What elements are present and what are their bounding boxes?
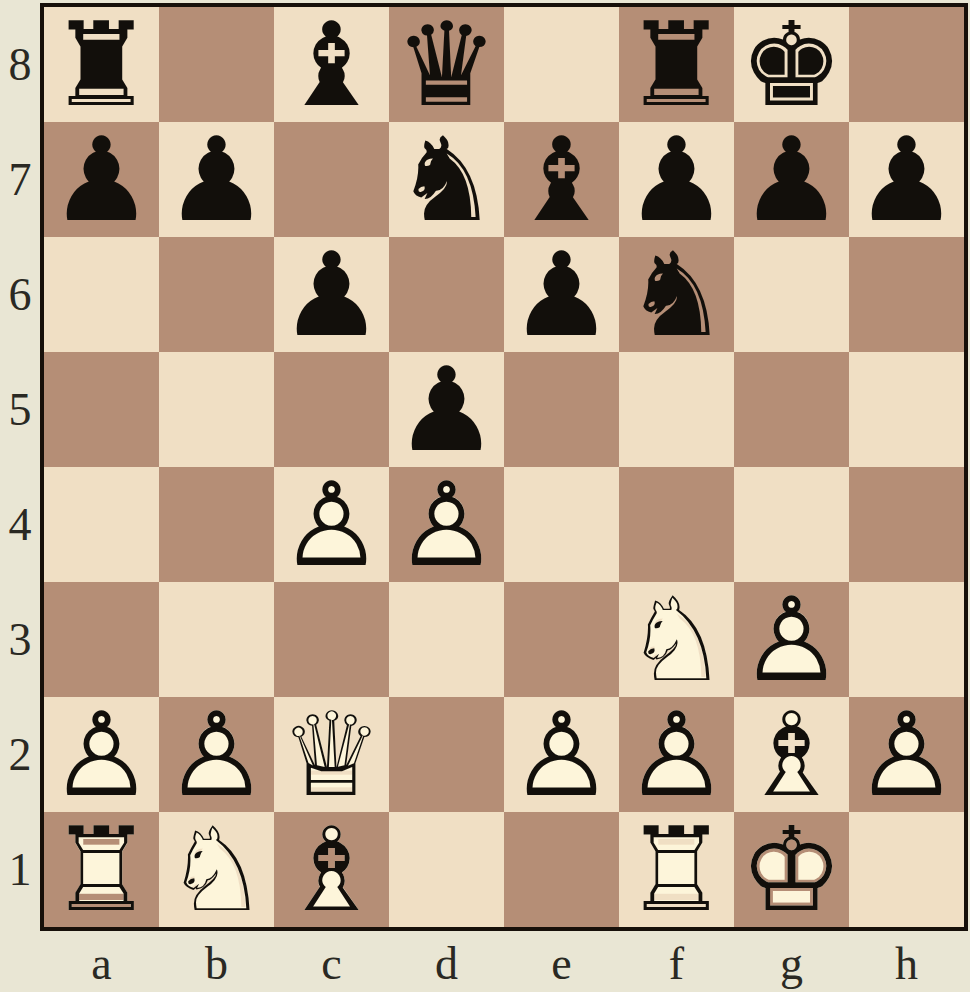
square-h1[interactable]	[849, 812, 964, 927]
square-a6[interactable]	[44, 237, 159, 352]
square-h6[interactable]	[849, 237, 964, 352]
white-pawn-piece[interactable]: ♟♙	[619, 697, 734, 812]
white-piece-outline: ♖	[44, 812, 159, 927]
square-h4[interactable]	[849, 467, 964, 582]
white-piece-outline: ♙	[849, 697, 964, 812]
white-piece-outline: ♖	[619, 812, 734, 927]
white-bishop-piece[interactable]: ♝♗	[274, 812, 389, 927]
black-bishop-piece[interactable]: ♝	[274, 7, 389, 122]
chess-diagram: 87654321 ♜♝♛♜♚♟♟♞♝♟♟♟♟♟♞♟♟♙♟♙♞♘♟♙♟♙♟♙♛♕♟…	[0, 0, 968, 992]
white-knight-piece[interactable]: ♞♘	[159, 812, 274, 927]
black-queen-piece[interactable]: ♛	[389, 7, 504, 122]
white-pawn-piece[interactable]: ♟♙	[159, 697, 274, 812]
square-d8[interactable]: ♛	[389, 7, 504, 122]
white-piece-outline: ♔	[734, 812, 849, 927]
square-h8[interactable]	[849, 7, 964, 122]
black-rook-piece[interactable]: ♜	[619, 7, 734, 122]
square-g7[interactable]: ♟	[734, 122, 849, 237]
white-piece-outline: ♗	[274, 812, 389, 927]
square-e6[interactable]: ♟	[504, 237, 619, 352]
white-rook-piece[interactable]: ♜♖	[619, 812, 734, 927]
square-f3[interactable]: ♞♘	[619, 582, 734, 697]
square-f5[interactable]	[619, 352, 734, 467]
white-knight-piece[interactable]: ♞♘	[619, 582, 734, 697]
square-d7[interactable]: ♞	[389, 122, 504, 237]
white-pawn-piece[interactable]: ♟♙	[849, 697, 964, 812]
square-c5[interactable]	[274, 352, 389, 467]
square-b1[interactable]: ♞♘	[159, 812, 274, 927]
square-b4[interactable]	[159, 467, 274, 582]
board-border: ♜♝♛♜♚♟♟♞♝♟♟♟♟♟♞♟♟♙♟♙♞♘♟♙♟♙♟♙♛♕♟♙♟♙♝♗♟♙♜♖…	[40, 3, 968, 931]
file-labels: abcdefgh	[40, 931, 968, 992]
square-c8[interactable]: ♝	[274, 7, 389, 122]
black-knight-piece[interactable]: ♞	[389, 122, 504, 237]
square-d3[interactable]	[389, 582, 504, 697]
rank-labels: 87654321	[0, 3, 40, 931]
white-piece-outline: ♙	[159, 697, 274, 812]
square-h5[interactable]	[849, 352, 964, 467]
square-g1[interactable]: ♚♔	[734, 812, 849, 927]
square-e5[interactable]	[504, 352, 619, 467]
square-c1[interactable]: ♝♗	[274, 812, 389, 927]
black-pawn-piece[interactable]: ♟	[619, 122, 734, 237]
white-piece-outline: ♙	[504, 697, 619, 812]
black-knight-piece[interactable]: ♞	[619, 237, 734, 352]
square-a8[interactable]: ♜	[44, 7, 159, 122]
square-a7[interactable]: ♟	[44, 122, 159, 237]
square-c3[interactable]	[274, 582, 389, 697]
black-pawn-piece[interactable]: ♟	[44, 122, 159, 237]
white-bishop-piece[interactable]: ♝♗	[734, 697, 849, 812]
white-pawn-piece[interactable]: ♟♙	[734, 582, 849, 697]
file-label-e: e	[504, 931, 619, 992]
file-label-a: a	[44, 931, 159, 992]
white-piece-outline: ♙	[734, 582, 849, 697]
square-d1[interactable]	[389, 812, 504, 927]
square-d4[interactable]: ♟♙	[389, 467, 504, 582]
square-b8[interactable]	[159, 7, 274, 122]
square-g3[interactable]: ♟♙	[734, 582, 849, 697]
square-e1[interactable]	[504, 812, 619, 927]
square-h3[interactable]	[849, 582, 964, 697]
black-king-piece[interactable]: ♚	[734, 7, 849, 122]
black-bishop-piece[interactable]: ♝	[504, 122, 619, 237]
white-piece-outline: ♙	[44, 697, 159, 812]
white-rook-piece[interactable]: ♜♖	[44, 812, 159, 927]
file-label-d: d	[389, 931, 504, 992]
rank-label-5: 5	[0, 352, 40, 467]
square-a3[interactable]	[44, 582, 159, 697]
square-c4[interactable]: ♟♙	[274, 467, 389, 582]
rank-label-2: 2	[0, 697, 40, 812]
black-pawn-piece[interactable]: ♟	[389, 352, 504, 467]
square-e4[interactable]	[504, 467, 619, 582]
square-e7[interactable]: ♝	[504, 122, 619, 237]
rank-label-1: 1	[0, 812, 40, 927]
board: ♜♝♛♜♚♟♟♞♝♟♟♟♟♟♞♟♟♙♟♙♞♘♟♙♟♙♟♙♛♕♟♙♟♙♝♗♟♙♜♖…	[44, 7, 964, 927]
square-b6[interactable]	[159, 237, 274, 352]
square-f8[interactable]: ♜	[619, 7, 734, 122]
black-pawn-piece[interactable]: ♟	[849, 122, 964, 237]
white-piece-outline: ♗	[734, 697, 849, 812]
file-label-f: f	[619, 931, 734, 992]
square-c2[interactable]: ♛♕	[274, 697, 389, 812]
white-piece-outline: ♙	[619, 697, 734, 812]
square-b2[interactable]: ♟♙	[159, 697, 274, 812]
square-b5[interactable]	[159, 352, 274, 467]
square-f7[interactable]: ♟	[619, 122, 734, 237]
square-g8[interactable]: ♚	[734, 7, 849, 122]
square-a1[interactable]: ♜♖	[44, 812, 159, 927]
square-e8[interactable]	[504, 7, 619, 122]
white-piece-outline: ♙	[274, 467, 389, 582]
square-d6[interactable]	[389, 237, 504, 352]
square-e3[interactable]	[504, 582, 619, 697]
rank-label-6: 6	[0, 237, 40, 352]
square-d5[interactable]: ♟	[389, 352, 504, 467]
square-b3[interactable]	[159, 582, 274, 697]
square-c7[interactable]	[274, 122, 389, 237]
file-label-b: b	[159, 931, 274, 992]
rank-label-8: 8	[0, 7, 40, 122]
square-g5[interactable]	[734, 352, 849, 467]
white-piece-outline: ♙	[389, 467, 504, 582]
square-f2[interactable]: ♟♙	[619, 697, 734, 812]
square-f1[interactable]: ♜♖	[619, 812, 734, 927]
rank-label-3: 3	[0, 582, 40, 697]
file-label-c: c	[274, 931, 389, 992]
square-g6[interactable]	[734, 237, 849, 352]
square-e2[interactable]: ♟♙	[504, 697, 619, 812]
rank-label-4: 4	[0, 467, 40, 582]
white-pawn-piece[interactable]: ♟♙	[389, 467, 504, 582]
square-a5[interactable]	[44, 352, 159, 467]
white-pawn-piece[interactable]: ♟♙	[504, 697, 619, 812]
square-c6[interactable]: ♟	[274, 237, 389, 352]
white-king-piece[interactable]: ♚♔	[734, 812, 849, 927]
black-rook-piece[interactable]: ♜	[44, 7, 159, 122]
rank-label-7: 7	[0, 122, 40, 237]
square-g4[interactable]	[734, 467, 849, 582]
square-h2[interactable]: ♟♙	[849, 697, 964, 812]
white-piece-outline: ♘	[159, 812, 274, 927]
black-pawn-piece[interactable]: ♟	[274, 237, 389, 352]
file-label-h: h	[849, 931, 964, 992]
file-label-g: g	[734, 931, 849, 992]
black-pawn-piece[interactable]: ♟	[504, 237, 619, 352]
white-queen-piece[interactable]: ♛♕	[274, 697, 389, 812]
white-pawn-piece[interactable]: ♟♙	[274, 467, 389, 582]
square-a2[interactable]: ♟♙	[44, 697, 159, 812]
square-a4[interactable]	[44, 467, 159, 582]
square-g2[interactable]: ♝♗	[734, 697, 849, 812]
black-pawn-piece[interactable]: ♟	[734, 122, 849, 237]
white-piece-outline: ♘	[619, 582, 734, 697]
black-pawn-piece[interactable]: ♟	[159, 122, 274, 237]
square-b7[interactable]: ♟	[159, 122, 274, 237]
white-piece-outline: ♕	[274, 697, 389, 812]
square-f6[interactable]: ♞	[619, 237, 734, 352]
white-pawn-piece[interactable]: ♟♙	[44, 697, 159, 812]
square-d2[interactable]	[389, 697, 504, 812]
square-f4[interactable]	[619, 467, 734, 582]
square-h7[interactable]: ♟	[849, 122, 964, 237]
